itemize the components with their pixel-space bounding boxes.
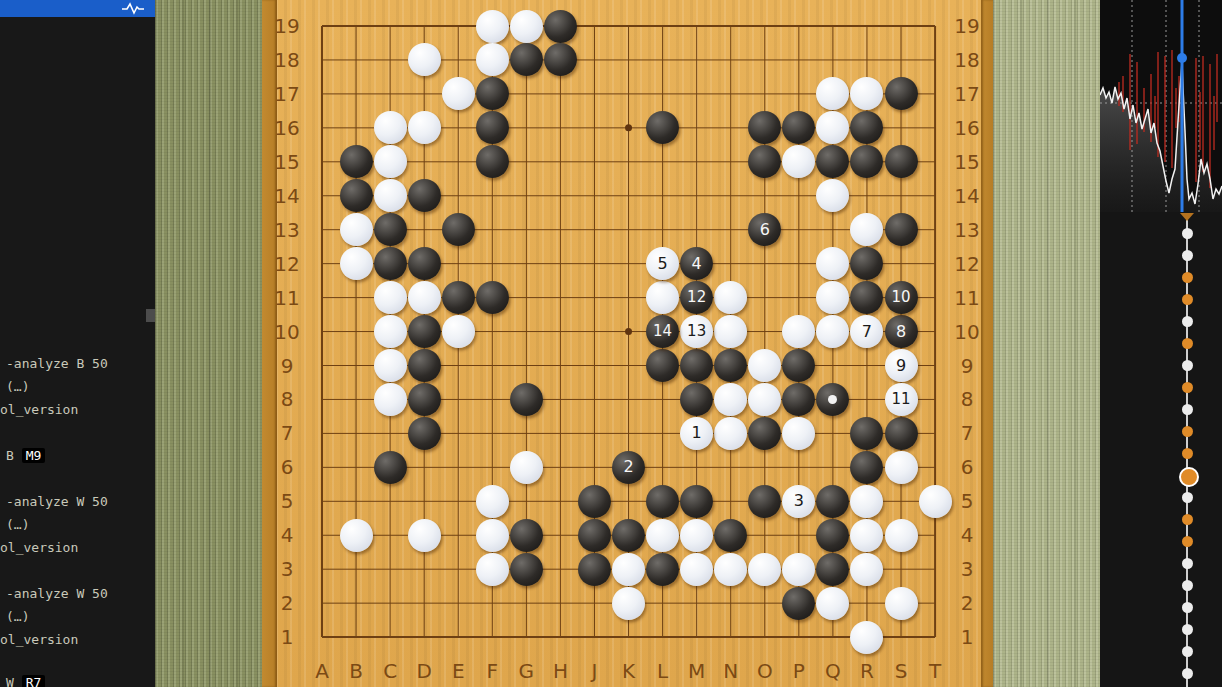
move-tree-top-marker bbox=[1180, 213, 1194, 221]
stone-G8[interactable] bbox=[510, 383, 543, 416]
stone-C12[interactable] bbox=[374, 247, 407, 280]
stone-B14[interactable] bbox=[340, 179, 373, 212]
stone-E17[interactable] bbox=[442, 77, 475, 110]
stone-F15[interactable] bbox=[476, 145, 509, 178]
col-label-B: B bbox=[341, 659, 371, 683]
col-label-S: S bbox=[886, 659, 916, 683]
console-line: -analyze W 50 bbox=[6, 494, 108, 509]
stone-P2[interactable] bbox=[782, 587, 815, 620]
row-label-left-16: 16 bbox=[272, 116, 302, 140]
move-tree-node[interactable] bbox=[1182, 580, 1193, 591]
move-tree-node[interactable] bbox=[1182, 624, 1193, 635]
move-tree-node[interactable] bbox=[1182, 602, 1193, 613]
stone-S13[interactable] bbox=[885, 213, 918, 246]
row-label-left-8: 8 bbox=[272, 387, 302, 411]
analysis-panel bbox=[1100, 0, 1222, 687]
stone-N8[interactable] bbox=[714, 383, 747, 416]
stone-R4[interactable] bbox=[850, 519, 883, 552]
stone-N9[interactable] bbox=[714, 349, 747, 382]
stone-B12[interactable] bbox=[340, 247, 373, 280]
col-label-D: D bbox=[409, 659, 439, 683]
stone-O3[interactable] bbox=[748, 553, 781, 586]
stone-O8[interactable] bbox=[748, 383, 781, 416]
stone-D9[interactable] bbox=[408, 349, 441, 382]
stone-B13[interactable] bbox=[340, 213, 373, 246]
row-label-left-13: 13 bbox=[272, 218, 302, 242]
stone-P3[interactable] bbox=[782, 553, 815, 586]
row-label-left-6: 6 bbox=[272, 455, 302, 479]
stone-P7[interactable] bbox=[782, 417, 815, 450]
stone-K3[interactable] bbox=[612, 553, 645, 586]
stone-Q5[interactable] bbox=[816, 485, 849, 518]
console-line: (…) bbox=[6, 517, 29, 532]
row-label-left-17: 17 bbox=[272, 82, 302, 106]
row-label-left-2: 2 bbox=[272, 591, 302, 615]
stone-L4[interactable] bbox=[646, 519, 679, 552]
stone-D4[interactable] bbox=[408, 519, 441, 552]
col-label-E: E bbox=[443, 659, 473, 683]
console-line: ol_version bbox=[0, 632, 78, 647]
console-line: -analyze B 50 bbox=[6, 356, 108, 371]
stone-D7[interactable] bbox=[408, 417, 441, 450]
stone-C11[interactable] bbox=[374, 281, 407, 314]
stone-G19[interactable] bbox=[510, 10, 543, 43]
col-label-L: L bbox=[648, 659, 678, 683]
variation-stone-L10[interactable]: 14 bbox=[646, 315, 679, 348]
stone-C14[interactable] bbox=[374, 179, 407, 212]
row-label-right-4: 4 bbox=[952, 523, 982, 547]
variation-stone-M10[interactable]: 13 bbox=[680, 315, 713, 348]
stone-N7[interactable] bbox=[714, 417, 747, 450]
row-label-left-12: 12 bbox=[272, 252, 302, 276]
stone-M5[interactable] bbox=[680, 485, 713, 518]
stone-R1[interactable] bbox=[850, 621, 883, 654]
col-label-O: O bbox=[750, 659, 780, 683]
console-scrollbar-thumb[interactable] bbox=[146, 309, 155, 322]
tatami-mat-right bbox=[993, 0, 1100, 687]
console-line: (…) bbox=[6, 609, 29, 624]
stone-B4[interactable] bbox=[340, 519, 373, 552]
stone-R3[interactable] bbox=[850, 553, 883, 586]
col-label-T: T bbox=[920, 659, 950, 683]
row-label-right-10: 10 bbox=[952, 320, 982, 344]
stone-L11[interactable] bbox=[646, 281, 679, 314]
col-label-P: P bbox=[784, 659, 814, 683]
stone-G6[interactable] bbox=[510, 451, 543, 484]
stone-C9[interactable] bbox=[374, 349, 407, 382]
stone-M3[interactable] bbox=[680, 553, 713, 586]
row-label-right-16: 16 bbox=[952, 116, 982, 140]
stone-D14[interactable] bbox=[408, 179, 441, 212]
row-label-left-9: 9 bbox=[272, 354, 302, 378]
stone-F11[interactable] bbox=[476, 281, 509, 314]
col-label-F: F bbox=[477, 659, 507, 683]
stone-K4[interactable] bbox=[612, 519, 645, 552]
stone-H19[interactable] bbox=[544, 10, 577, 43]
move-tree-node[interactable] bbox=[1182, 228, 1193, 239]
move-tree-node[interactable] bbox=[1182, 646, 1193, 657]
stone-G3[interactable] bbox=[510, 553, 543, 586]
row-label-right-1: 1 bbox=[952, 625, 982, 649]
move-tree-node[interactable] bbox=[1182, 558, 1193, 569]
stone-L9[interactable] bbox=[646, 349, 679, 382]
row-label-right-14: 14 bbox=[952, 184, 982, 208]
row-label-right-15: 15 bbox=[952, 150, 982, 174]
stone-J5[interactable] bbox=[578, 485, 611, 518]
variation-stone-M7[interactable]: 1 bbox=[680, 417, 713, 450]
tatami-mat-left bbox=[155, 0, 262, 687]
stone-F5[interactable] bbox=[476, 485, 509, 518]
row-label-left-15: 15 bbox=[272, 150, 302, 174]
row-label-right-17: 17 bbox=[952, 82, 982, 106]
stone-C8[interactable] bbox=[374, 383, 407, 416]
console-line: ol_version bbox=[0, 540, 78, 555]
stone-S7[interactable] bbox=[885, 417, 918, 450]
move-tree-node[interactable] bbox=[1182, 250, 1193, 261]
stone-M4[interactable] bbox=[680, 519, 713, 552]
stone-F16[interactable] bbox=[476, 111, 509, 144]
stone-T5[interactable] bbox=[919, 485, 952, 518]
move-tree-node[interactable] bbox=[1182, 338, 1193, 349]
move-tree[interactable] bbox=[1100, 212, 1222, 687]
stone-J3[interactable] bbox=[578, 553, 611, 586]
move-tree-node[interactable] bbox=[1182, 536, 1193, 547]
col-label-K: K bbox=[614, 659, 644, 683]
row-label-left-5: 5 bbox=[272, 489, 302, 513]
console-line: -analyze W 50 bbox=[6, 586, 108, 601]
stone-E10[interactable] bbox=[442, 315, 475, 348]
go-analysis-app: -analyze B 50(…)ol_versionB M9-analyze W… bbox=[0, 0, 1222, 687]
stone-C15[interactable] bbox=[374, 145, 407, 178]
console-line: B M9 bbox=[6, 448, 45, 463]
variation-stone-P5[interactable]: 3 bbox=[782, 485, 815, 518]
col-label-A: A bbox=[307, 659, 337, 683]
stone-L5[interactable] bbox=[646, 485, 679, 518]
stone-J4[interactable] bbox=[578, 519, 611, 552]
row-label-left-14: 14 bbox=[272, 184, 302, 208]
stone-O7[interactable] bbox=[748, 417, 781, 450]
stone-F3[interactable] bbox=[476, 553, 509, 586]
row-label-right-12: 12 bbox=[952, 252, 982, 276]
last-move-marker bbox=[828, 395, 837, 404]
stone-D11[interactable] bbox=[408, 281, 441, 314]
row-label-right-11: 11 bbox=[952, 286, 982, 310]
stone-C10[interactable] bbox=[374, 315, 407, 348]
move-tree-node[interactable] bbox=[1182, 294, 1193, 305]
move-tree-node[interactable] bbox=[1182, 272, 1193, 283]
row-label-right-9: 9 bbox=[952, 354, 982, 378]
col-label-M: M bbox=[682, 659, 712, 683]
stone-S6[interactable] bbox=[885, 451, 918, 484]
stone-D12[interactable] bbox=[408, 247, 441, 280]
stone-M9[interactable] bbox=[680, 349, 713, 382]
stone-D18[interactable] bbox=[408, 43, 441, 76]
stone-C6[interactable] bbox=[374, 451, 407, 484]
console-line: W R7 bbox=[6, 675, 45, 687]
row-label-left-1: 1 bbox=[272, 625, 302, 649]
console-title-bar bbox=[0, 0, 155, 17]
stone-S2[interactable] bbox=[885, 587, 918, 620]
stone-Q2[interactable] bbox=[816, 587, 849, 620]
graph-cursor-dot bbox=[1177, 53, 1187, 63]
col-label-G: G bbox=[511, 659, 541, 683]
col-label-N: N bbox=[716, 659, 746, 683]
row-label-left-11: 11 bbox=[272, 286, 302, 310]
col-label-J: J bbox=[579, 659, 609, 683]
variation-stone-K6[interactable]: 2 bbox=[612, 451, 645, 484]
stone-M8[interactable] bbox=[680, 383, 713, 416]
row-label-right-6: 6 bbox=[952, 455, 982, 479]
move-tree-node[interactable] bbox=[1182, 426, 1193, 437]
stone-N3[interactable] bbox=[714, 553, 747, 586]
move-tree-node[interactable] bbox=[1182, 492, 1193, 503]
move-tree-node[interactable] bbox=[1182, 514, 1193, 525]
stone-O5[interactable] bbox=[748, 485, 781, 518]
row-label-left-10: 10 bbox=[272, 320, 302, 344]
stone-D16[interactable] bbox=[408, 111, 441, 144]
row-label-right-3: 3 bbox=[952, 557, 982, 581]
col-label-H: H bbox=[545, 659, 575, 683]
row-label-right-2: 2 bbox=[952, 591, 982, 615]
move-tree-node-current[interactable] bbox=[1179, 467, 1199, 487]
star-point-K16 bbox=[625, 124, 632, 131]
stone-B15[interactable] bbox=[340, 145, 373, 178]
winrate-graph[interactable] bbox=[1100, 0, 1222, 212]
gtp-console-panel[interactable]: -analyze B 50(…)ol_versionB M9-analyze W… bbox=[0, 0, 155, 687]
stone-N4[interactable] bbox=[714, 519, 747, 552]
row-label-left-3: 3 bbox=[272, 557, 302, 581]
stone-F17[interactable] bbox=[476, 77, 509, 110]
row-label-right-7: 7 bbox=[952, 421, 982, 445]
row-label-right-18: 18 bbox=[952, 48, 982, 72]
stone-D10[interactable] bbox=[408, 315, 441, 348]
stone-F19[interactable] bbox=[476, 10, 509, 43]
stone-Q3[interactable] bbox=[816, 553, 849, 586]
stone-C16[interactable] bbox=[374, 111, 407, 144]
row-label-right-13: 13 bbox=[952, 218, 982, 242]
row-label-right-19: 19 bbox=[952, 14, 982, 38]
move-tree-node[interactable] bbox=[1182, 448, 1193, 459]
stone-S17[interactable] bbox=[885, 77, 918, 110]
stone-Q4[interactable] bbox=[816, 519, 849, 552]
row-label-left-4: 4 bbox=[272, 523, 302, 547]
variation-stone-S8[interactable]: 11 bbox=[885, 383, 918, 416]
row-label-left-7: 7 bbox=[272, 421, 302, 445]
col-label-R: R bbox=[852, 659, 882, 683]
variation-stone-S10[interactable]: 8 bbox=[885, 315, 918, 348]
move-tree-node[interactable] bbox=[1182, 360, 1193, 371]
row-label-right-5: 5 bbox=[952, 489, 982, 513]
stone-S15[interactable] bbox=[885, 145, 918, 178]
variation-stone-S9[interactable]: 9 bbox=[885, 349, 918, 382]
stone-L3[interactable] bbox=[646, 553, 679, 586]
console-move-badge: R7 bbox=[22, 675, 46, 687]
stone-S4[interactable] bbox=[885, 519, 918, 552]
variation-stone-L12[interactable]: 5 bbox=[646, 247, 679, 280]
row-label-right-8: 8 bbox=[952, 387, 982, 411]
console-move-badge: M9 bbox=[22, 448, 46, 463]
console-line: (…) bbox=[6, 379, 29, 394]
col-label-C: C bbox=[375, 659, 405, 683]
stone-C13[interactable] bbox=[374, 213, 407, 246]
stone-G4[interactable] bbox=[510, 519, 543, 552]
move-tree-node[interactable] bbox=[1182, 316, 1193, 327]
goban[interactable]: 1919181817171616151514141313121211111010… bbox=[262, 0, 993, 687]
row-label-left-19: 19 bbox=[272, 14, 302, 38]
stone-K2[interactable] bbox=[612, 587, 645, 620]
stone-E13[interactable] bbox=[442, 213, 475, 246]
stone-D8[interactable] bbox=[408, 383, 441, 416]
stone-F4[interactable] bbox=[476, 519, 509, 552]
row-label-left-18: 18 bbox=[272, 48, 302, 72]
col-label-Q: Q bbox=[818, 659, 848, 683]
stone-E11[interactable] bbox=[442, 281, 475, 314]
activity-pulse-icon bbox=[121, 1, 145, 16]
console-line: ol_version bbox=[0, 402, 78, 417]
star-point-K10 bbox=[625, 328, 632, 335]
move-tree-node[interactable] bbox=[1182, 382, 1193, 393]
move-tree-node[interactable] bbox=[1182, 404, 1193, 415]
variation-stone-S11[interactable]: 10 bbox=[885, 281, 918, 314]
move-tree-node[interactable] bbox=[1182, 668, 1193, 679]
